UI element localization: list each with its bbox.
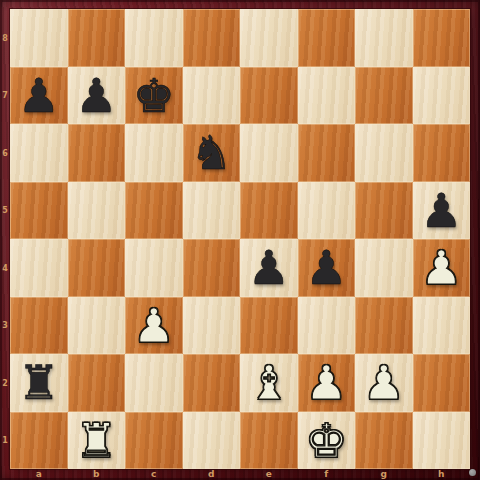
piece-black-king[interactable]: ♚ (133, 72, 175, 119)
square-f5[interactable] (298, 182, 356, 240)
file-label-a: a (36, 469, 42, 480)
square-d7[interactable] (183, 67, 241, 125)
square-b5[interactable] (68, 182, 126, 240)
square-d6[interactable]: ♞ (183, 124, 241, 182)
file-label-h: h (438, 469, 444, 480)
rank-label-8: 8 (0, 33, 10, 42)
square-e5[interactable] (240, 182, 298, 240)
square-e4[interactable]: ♟ (240, 239, 298, 297)
chess-board: ♟♟♚♞♟♟♟♟♟♜♝♟♟♜♚ (10, 9, 470, 469)
square-h3[interactable] (413, 297, 471, 355)
square-h2[interactable] (413, 354, 471, 412)
piece-white-rook[interactable]: ♜ (75, 417, 117, 464)
piece-black-pawn[interactable]: ♟ (248, 244, 290, 291)
square-a8[interactable] (10, 9, 68, 67)
square-c6[interactable] (125, 124, 183, 182)
piece-white-bishop[interactable]: ♝ (248, 359, 290, 406)
square-h1[interactable] (413, 412, 471, 470)
file-label-g: g (381, 469, 387, 480)
square-a1[interactable] (10, 412, 68, 470)
rank-label-6: 6 (0, 148, 10, 157)
square-e8[interactable] (240, 9, 298, 67)
square-g2[interactable]: ♟ (355, 354, 413, 412)
square-f2[interactable]: ♟ (298, 354, 356, 412)
chess-board-frame: ♟♟♚♞♟♟♟♟♟♜♝♟♟♜♚ 87654321abcdefgh (0, 0, 480, 480)
square-c3[interactable]: ♟ (125, 297, 183, 355)
square-b3[interactable] (68, 297, 126, 355)
piece-white-king[interactable]: ♚ (305, 417, 347, 464)
piece-white-pawn[interactable]: ♟ (363, 359, 405, 406)
square-c7[interactable]: ♚ (125, 67, 183, 125)
square-h7[interactable] (413, 67, 471, 125)
rank-label-2: 2 (0, 378, 10, 387)
piece-black-pawn[interactable]: ♟ (18, 72, 60, 119)
resize-handle-dot[interactable] (469, 469, 476, 476)
square-e1[interactable] (240, 412, 298, 470)
square-a2[interactable]: ♜ (10, 354, 68, 412)
square-a3[interactable] (10, 297, 68, 355)
square-f8[interactable] (298, 9, 356, 67)
piece-black-pawn[interactable]: ♟ (75, 72, 117, 119)
square-h8[interactable] (413, 9, 471, 67)
file-label-d: d (208, 469, 214, 480)
square-g1[interactable] (355, 412, 413, 470)
square-g7[interactable] (355, 67, 413, 125)
piece-white-pawn[interactable]: ♟ (420, 244, 462, 291)
square-d3[interactable] (183, 297, 241, 355)
rank-label-4: 4 (0, 263, 10, 272)
square-f1[interactable]: ♚ (298, 412, 356, 470)
square-e2[interactable]: ♝ (240, 354, 298, 412)
square-e7[interactable] (240, 67, 298, 125)
piece-black-pawn[interactable]: ♟ (420, 187, 462, 234)
square-f6[interactable] (298, 124, 356, 182)
file-label-f: f (324, 469, 328, 480)
square-h4[interactable]: ♟ (413, 239, 471, 297)
square-g5[interactable] (355, 182, 413, 240)
square-a7[interactable]: ♟ (10, 67, 68, 125)
square-g8[interactable] (355, 9, 413, 67)
piece-white-pawn[interactable]: ♟ (305, 359, 347, 406)
square-c8[interactable] (125, 9, 183, 67)
square-c4[interactable] (125, 239, 183, 297)
square-d1[interactable] (183, 412, 241, 470)
square-c5[interactable] (125, 182, 183, 240)
square-a6[interactable] (10, 124, 68, 182)
square-f4[interactable]: ♟ (298, 239, 356, 297)
square-a5[interactable] (10, 182, 68, 240)
square-d5[interactable] (183, 182, 241, 240)
square-f7[interactable] (298, 67, 356, 125)
rank-label-1: 1 (0, 436, 10, 445)
square-b4[interactable] (68, 239, 126, 297)
square-d8[interactable] (183, 9, 241, 67)
square-f3[interactable] (298, 297, 356, 355)
square-b1[interactable]: ♜ (68, 412, 126, 470)
rank-label-3: 3 (0, 321, 10, 330)
rank-label-5: 5 (0, 206, 10, 215)
square-b7[interactable]: ♟ (68, 67, 126, 125)
rank-label-7: 7 (0, 91, 10, 100)
square-c2[interactable] (125, 354, 183, 412)
piece-white-pawn[interactable]: ♟ (133, 302, 175, 349)
square-g6[interactable] (355, 124, 413, 182)
file-label-b: b (93, 469, 99, 480)
square-a4[interactable] (10, 239, 68, 297)
square-d2[interactable] (183, 354, 241, 412)
square-h5[interactable]: ♟ (413, 182, 471, 240)
piece-black-rook[interactable]: ♜ (18, 359, 60, 406)
square-b8[interactable] (68, 9, 126, 67)
square-e3[interactable] (240, 297, 298, 355)
square-b6[interactable] (68, 124, 126, 182)
square-c1[interactable] (125, 412, 183, 470)
square-g4[interactable] (355, 239, 413, 297)
square-h6[interactable] (413, 124, 471, 182)
file-label-e: e (266, 469, 272, 480)
piece-black-pawn[interactable]: ♟ (305, 244, 347, 291)
square-e6[interactable] (240, 124, 298, 182)
square-d4[interactable] (183, 239, 241, 297)
file-label-c: c (151, 469, 156, 480)
square-b2[interactable] (68, 354, 126, 412)
square-g3[interactable] (355, 297, 413, 355)
piece-black-knight[interactable]: ♞ (190, 129, 232, 176)
